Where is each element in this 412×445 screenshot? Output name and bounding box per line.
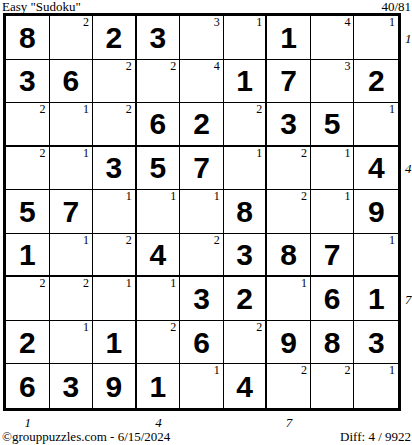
cell-r5c9[interactable]: 9 [354, 190, 398, 234]
cell-r9c9[interactable]: 1 [354, 364, 398, 408]
cell-value: 7 [193, 152, 210, 183]
pencil-mark: 1 [389, 364, 395, 377]
cell-value: 8 [236, 196, 253, 227]
pencil-mark: 1 [214, 364, 220, 377]
cell-value: 3 [19, 65, 36, 96]
cell-r3c1[interactable]: 2 [6, 103, 50, 147]
cell-r8c5[interactable]: 6 [180, 321, 224, 365]
pencil-mark: 2 [40, 147, 46, 160]
cell-r9c1[interactable]: 6 [6, 364, 50, 408]
cell-value: 2 [236, 283, 253, 314]
pencil-mark: 1 [344, 147, 350, 160]
pencil-mark: 2 [170, 321, 176, 334]
cell-value: 3 [193, 283, 210, 314]
cell-r8c6[interactable]: 2 [224, 321, 268, 365]
cell-r4c4[interactable]: 5 [137, 147, 181, 191]
copyright-credit: ©grouppuzzles.com - 6/15/2024 [2, 430, 170, 444]
cell-value: 8 [280, 239, 297, 270]
cell-value: 8 [324, 327, 341, 358]
cell-value: 1 [368, 283, 385, 314]
pencil-mark: 2 [301, 147, 307, 160]
header: Easy "Sudoku" 40/81 [2, 0, 411, 13]
cell-r1c7[interactable]: 1 [267, 16, 311, 60]
cell-r8c4[interactable]: 2 [137, 321, 181, 365]
cell-r8c8[interactable]: 8 [311, 321, 355, 365]
pencil-mark: 2 [83, 16, 89, 29]
cell-value: 4 [236, 371, 253, 402]
pencil-mark: 1 [83, 103, 89, 116]
cell-r2c4[interactable]: 2 [137, 60, 181, 104]
pencil-mark: 1 [389, 103, 395, 116]
difficulty-rating: Diff: 4 / 9922 [340, 430, 411, 444]
cell-r3c7[interactable]: 3 [267, 103, 311, 147]
cell-r5c6[interactable]: 8 [224, 190, 268, 234]
cell-r2c1[interactable]: 3 [6, 60, 50, 104]
pencil-mark: 1 [256, 147, 262, 160]
cell-value: 5 [150, 152, 167, 183]
cell-value: 6 [62, 65, 79, 96]
cell-r9c2[interactable]: 3 [50, 364, 94, 408]
cell-r4c5[interactable]: 7 [180, 147, 224, 191]
pencil-mark: 4 [214, 60, 220, 73]
cell-value: 3 [368, 327, 385, 358]
cell-r2c3[interactable]: 2 [93, 60, 137, 104]
cell-r8c9[interactable]: 3 [354, 321, 398, 365]
pencil-mark: 2 [40, 277, 46, 290]
cell-r9c8[interactable]: 2 [311, 364, 355, 408]
cell-value: 4 [368, 152, 385, 183]
cell-r6c6[interactable]: 3 [224, 234, 268, 278]
cell-value: 6 [324, 283, 341, 314]
cell-value: 6 [193, 327, 210, 358]
pencil-mark: 2 [214, 234, 220, 247]
cell-r2c7[interactable]: 7 [267, 60, 311, 104]
cell-value: 2 [368, 65, 385, 96]
pencil-mark: 1 [83, 147, 89, 160]
cell-value: 6 [150, 108, 167, 139]
cell-r5c1[interactable]: 5 [6, 190, 50, 234]
cell-r9c4[interactable]: 1 [137, 364, 181, 408]
pencil-mark: 1 [83, 234, 89, 247]
cell-r6c8[interactable]: 7 [311, 234, 355, 278]
cell-r7c7[interactable]: 1 [267, 277, 311, 321]
cell-r3c2[interactable]: 1 [50, 103, 94, 147]
pencil-mark: 2 [40, 103, 46, 116]
cell-r1c6[interactable]: 1 [224, 16, 268, 60]
cell-r4c6[interactable]: 1 [224, 147, 268, 191]
cell-value: 1 [106, 327, 123, 358]
cell-value: 8 [19, 22, 36, 53]
pencil-mark: 1 [170, 190, 176, 203]
cell-value: 3 [280, 108, 297, 139]
cell-value: 2 [193, 108, 210, 139]
cell-r3c9[interactable]: 1 [354, 103, 398, 147]
cell-value: 2 [106, 22, 123, 53]
cell-r3c4[interactable]: 6 [137, 103, 181, 147]
cell-r5c2[interactable]: 7 [50, 190, 94, 234]
cell-r6c2[interactable]: 1 [50, 234, 94, 278]
pencil-mark: 2 [256, 103, 262, 116]
cell-value: 5 [19, 196, 36, 227]
cell-r8c3[interactable]: 1 [93, 321, 137, 365]
cell-r6c9[interactable]: 1 [354, 234, 398, 278]
cell-r3c5[interactable]: 2 [180, 103, 224, 147]
cell-r1c2[interactable]: 2 [50, 16, 94, 60]
pencil-mark: 1 [126, 190, 132, 203]
cell-r1c8[interactable]: 4 [311, 16, 355, 60]
cell-r6c7[interactable]: 8 [267, 234, 311, 278]
pencil-mark: 2 [83, 277, 89, 290]
cell-r6c1[interactable]: 1 [6, 234, 50, 278]
cell-value: 3 [150, 22, 167, 53]
cell-value: 7 [62, 196, 79, 227]
pencil-mark: 2 [301, 364, 307, 377]
cell-r4c9[interactable]: 4 [354, 147, 398, 191]
cell-r9c5[interactable]: 1 [180, 364, 224, 408]
cell-r1c3[interactable]: 2 [93, 16, 137, 60]
cell-r6c5[interactable]: 2 [180, 234, 224, 278]
cell-value: 3 [106, 152, 123, 183]
cell-r8c2[interactable]: 1 [50, 321, 94, 365]
cell-r1c5[interactable]: 3 [180, 16, 224, 60]
cell-r1c1[interactable]: 8 [6, 16, 50, 60]
cell-value: 2 [19, 327, 36, 358]
cell-r7c3[interactable]: 1 [93, 277, 137, 321]
cell-r6c4[interactable]: 4 [137, 234, 181, 278]
cell-value: 5 [324, 108, 341, 139]
cell-r3c8[interactable]: 5 [311, 103, 355, 147]
pencil-mark: 1 [301, 277, 307, 290]
cell-r7c8[interactable]: 6 [311, 277, 355, 321]
cell-r1c9[interactable]: 1 [354, 16, 398, 60]
sudoku-grid: 8223311413622417322126223512135712145711… [3, 13, 401, 411]
cell-value: 9 [368, 196, 385, 227]
pencil-mark: 3 [344, 60, 350, 73]
pencil-mark: 1 [389, 234, 395, 247]
progress-counter: 40/81 [381, 0, 411, 13]
cell-r7c1[interactable]: 2 [6, 277, 50, 321]
pencil-mark: 2 [256, 321, 262, 334]
cell-r5c4[interactable]: 1 [137, 190, 181, 234]
cell-r4c1[interactable]: 2 [6, 147, 50, 191]
pencil-mark: 1 [256, 16, 262, 29]
cell-value: 3 [236, 239, 253, 270]
pencil-mark: 1 [126, 277, 132, 290]
cell-r7c2[interactable]: 2 [50, 277, 94, 321]
cell-value: 1 [236, 65, 253, 96]
col-label-1: 1 [25, 416, 32, 429]
pencil-mark: 2 [344, 364, 350, 377]
cell-value: 7 [324, 239, 341, 270]
cell-value: 1 [150, 371, 167, 402]
cell-r5c8[interactable]: 1 [311, 190, 355, 234]
cell-r7c9[interactable]: 1 [354, 277, 398, 321]
pencil-mark: 2 [126, 234, 132, 247]
pencil-mark: 2 [170, 60, 176, 73]
cell-r4c7[interactable]: 2 [267, 147, 311, 191]
col-label-7: 7 [286, 416, 293, 429]
cell-r3c3[interactable]: 2 [93, 103, 137, 147]
footer: ©grouppuzzles.com - 6/15/2024 Diff: 4 / … [2, 430, 411, 444]
cell-r2c8[interactable]: 3 [311, 60, 355, 104]
cell-value: 9 [280, 327, 297, 358]
cell-r4c8[interactable]: 1 [311, 147, 355, 191]
cell-r2c6[interactable]: 1 [224, 60, 268, 104]
cell-value: 7 [280, 65, 297, 96]
row-label-4: 4 [405, 162, 412, 175]
cell-r5c3[interactable]: 1 [93, 190, 137, 234]
row-label-7: 7 [405, 293, 412, 306]
cell-r2c2[interactable]: 6 [50, 60, 94, 104]
pencil-mark: 1 [170, 277, 176, 290]
pencil-mark: 2 [126, 103, 132, 116]
col-label-4: 4 [155, 416, 162, 429]
cell-r4c2[interactable]: 1 [50, 147, 94, 191]
cell-value: 9 [106, 371, 123, 402]
pencil-mark: 2 [301, 190, 307, 203]
cell-value: 1 [280, 22, 297, 53]
cell-r7c4[interactable]: 1 [137, 277, 181, 321]
pencil-mark: 3 [214, 16, 220, 29]
row-label-1: 1 [405, 31, 412, 44]
cell-r3c6[interactable]: 2 [224, 103, 268, 147]
cell-r2c5[interactable]: 4 [180, 60, 224, 104]
pencil-mark: 4 [344, 16, 350, 29]
pencil-mark: 1 [389, 16, 395, 29]
pencil-mark: 1 [83, 321, 89, 334]
cell-r7c6[interactable]: 2 [224, 277, 268, 321]
pencil-mark: 2 [126, 60, 132, 73]
cell-r5c7[interactable]: 2 [267, 190, 311, 234]
cell-r5c5[interactable]: 1 [180, 190, 224, 234]
cell-r4c3[interactable]: 3 [93, 147, 137, 191]
cell-value: 1 [19, 239, 36, 270]
cell-r8c7[interactable]: 9 [267, 321, 311, 365]
cell-r9c3[interactable]: 9 [93, 364, 137, 408]
cell-value: 6 [19, 371, 36, 402]
cell-r7c5[interactable]: 3 [180, 277, 224, 321]
cell-r9c7[interactable]: 2 [267, 364, 311, 408]
pencil-mark: 1 [344, 190, 350, 203]
pencil-mark: 1 [214, 190, 220, 203]
cell-value: 3 [62, 371, 79, 402]
cell-r6c3[interactable]: 2 [93, 234, 137, 278]
cell-r2c9[interactable]: 2 [354, 60, 398, 104]
cell-value: 4 [150, 239, 167, 270]
cell-r1c4[interactable]: 3 [137, 16, 181, 60]
puzzle-title: Easy "Sudoku" [2, 0, 81, 13]
cell-r8c1[interactable]: 2 [6, 321, 50, 365]
cell-r9c6[interactable]: 4 [224, 364, 268, 408]
